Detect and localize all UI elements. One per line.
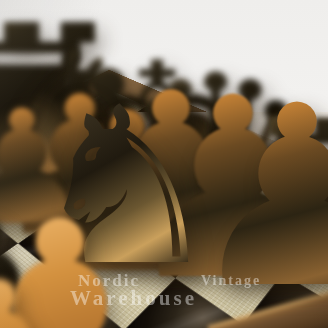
pieces-layer: ♜♞♝♚♛♝♜♟♟♟♟♟♟♞♟♟♟ [0, 0, 328, 328]
piece-pawn[interactable]: ♟ [0, 253, 111, 328]
chess-set-photo: ♜♞♝♚♛♝♜♟♟♟♟♟♟♞♟♟♟ Nordic Vintage Warehou… [0, 0, 328, 328]
